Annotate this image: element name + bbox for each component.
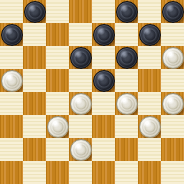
square-c4[interactable] [46,92,69,115]
square-h5[interactable] [161,69,184,92]
square-h6[interactable] [161,46,184,69]
piece-black-h8[interactable] [162,1,184,23]
square-e6[interactable] [92,46,115,69]
square-e7[interactable] [92,23,115,46]
piece-black-g7[interactable] [139,24,161,46]
piece-black-f8[interactable] [116,1,138,23]
square-f5[interactable] [115,69,138,92]
piece-white-d2[interactable] [70,139,92,161]
square-h2[interactable] [161,138,184,161]
square-b3[interactable] [23,115,46,138]
piece-white-d4[interactable] [70,93,92,115]
square-f3[interactable] [115,115,138,138]
square-d5[interactable] [69,69,92,92]
square-a8[interactable] [0,0,23,23]
square-a5[interactable] [0,69,23,92]
square-f4[interactable] [115,92,138,115]
square-h3[interactable] [161,115,184,138]
square-e4[interactable] [92,92,115,115]
square-b7[interactable] [23,23,46,46]
checkers-board [0,0,184,184]
square-g6[interactable] [138,46,161,69]
square-e3[interactable] [92,115,115,138]
square-e8[interactable] [92,0,115,23]
square-a1[interactable] [0,161,23,184]
square-b5[interactable] [23,69,46,92]
square-c6[interactable] [46,46,69,69]
square-d7[interactable] [69,23,92,46]
piece-black-b8[interactable] [24,1,46,23]
piece-black-e5[interactable] [93,70,115,92]
square-d3[interactable] [69,115,92,138]
square-a2[interactable] [0,138,23,161]
square-c2[interactable] [46,138,69,161]
square-c3[interactable] [46,115,69,138]
square-e1[interactable] [92,161,115,184]
square-g1[interactable] [138,161,161,184]
piece-black-d6[interactable] [70,47,92,69]
square-h1[interactable] [161,161,184,184]
piece-black-a7[interactable] [1,24,23,46]
square-c1[interactable] [46,161,69,184]
square-g7[interactable] [138,23,161,46]
piece-white-h6[interactable] [162,47,184,69]
square-b6[interactable] [23,46,46,69]
square-c8[interactable] [46,0,69,23]
square-b2[interactable] [23,138,46,161]
square-h8[interactable] [161,0,184,23]
piece-white-g3[interactable] [139,116,161,138]
square-g3[interactable] [138,115,161,138]
piece-black-f6[interactable] [116,47,138,69]
square-h7[interactable] [161,23,184,46]
square-b8[interactable] [23,0,46,23]
square-g5[interactable] [138,69,161,92]
square-b1[interactable] [23,161,46,184]
square-a7[interactable] [0,23,23,46]
piece-white-h4[interactable] [162,93,184,115]
square-g8[interactable] [138,0,161,23]
square-f2[interactable] [115,138,138,161]
square-f1[interactable] [115,161,138,184]
square-c7[interactable] [46,23,69,46]
square-b4[interactable] [23,92,46,115]
square-d4[interactable] [69,92,92,115]
square-d1[interactable] [69,161,92,184]
square-h4[interactable] [161,92,184,115]
square-a4[interactable] [0,92,23,115]
piece-white-f4[interactable] [116,93,138,115]
piece-white-c3[interactable] [47,116,69,138]
square-c5[interactable] [46,69,69,92]
square-a6[interactable] [0,46,23,69]
square-a3[interactable] [0,115,23,138]
piece-white-a5[interactable] [1,70,23,92]
square-f8[interactable] [115,0,138,23]
square-d8[interactable] [69,0,92,23]
square-d2[interactable] [69,138,92,161]
square-d6[interactable] [69,46,92,69]
square-f6[interactable] [115,46,138,69]
square-g4[interactable] [138,92,161,115]
piece-black-e7[interactable] [93,24,115,46]
square-f7[interactable] [115,23,138,46]
square-g2[interactable] [138,138,161,161]
square-e5[interactable] [92,69,115,92]
square-e2[interactable] [92,138,115,161]
